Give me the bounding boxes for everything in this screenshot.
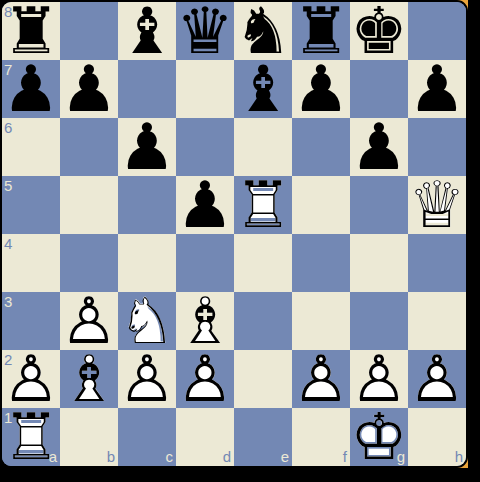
white-rook-fill: ♜ <box>234 176 292 234</box>
square-f5[interactable] <box>292 176 350 234</box>
square-h8[interactable] <box>408 2 466 60</box>
white-pawn[interactable]: ♙ <box>408 350 466 408</box>
square-g3[interactable] <box>350 292 408 350</box>
rank-label-3: 3 <box>4 294 12 309</box>
square-f7[interactable]: ♟ <box>292 60 350 118</box>
square-c5[interactable] <box>118 176 176 234</box>
square-d4[interactable] <box>176 234 234 292</box>
square-h7[interactable]: ♟ <box>408 60 466 118</box>
square-b8[interactable] <box>60 2 118 60</box>
white-pawn-fill: ♟ <box>350 350 408 408</box>
square-c8[interactable]: ♝ <box>118 2 176 60</box>
white-pawn[interactable]: ♙ <box>60 292 118 350</box>
white-pawn[interactable]: ♙ <box>118 350 176 408</box>
square-b1[interactable]: b <box>60 408 118 466</box>
white-pawn-fill: ♟ <box>408 350 466 408</box>
file-label-c: c <box>166 449 174 464</box>
square-d2[interactable]: ♟♙ <box>176 350 234 408</box>
square-f1[interactable]: f <box>292 408 350 466</box>
white-bishop-fill: ♝ <box>176 292 234 350</box>
square-a2[interactable]: 2♟♙ <box>2 350 60 408</box>
square-d6[interactable] <box>176 118 234 176</box>
black-queen[interactable]: ♛ <box>176 2 234 60</box>
white-pawn[interactable]: ♙ <box>350 350 408 408</box>
board-stage: 8♜♝♛♞♜♚7♟♟♝♟♟6♟♟5♟♜♖♛♕43♟♙♞♘♝♗2♟♙♝♗♟♙♟♙♟… <box>0 0 480 482</box>
rank-label-8: 8 <box>4 4 12 19</box>
square-b3[interactable]: ♟♙ <box>60 292 118 350</box>
chess-app-screen: { "game": "chess", "position": { "fen": … <box>0 0 480 482</box>
square-d7[interactable] <box>176 60 234 118</box>
black-rook[interactable]: ♜ <box>292 2 350 60</box>
black-bishop[interactable]: ♝ <box>118 2 176 60</box>
white-pawn[interactable]: ♙ <box>292 350 350 408</box>
square-b5[interactable] <box>60 176 118 234</box>
file-label-a: a <box>49 449 57 464</box>
white-bishop[interactable]: ♗ <box>60 350 118 408</box>
square-f6[interactable] <box>292 118 350 176</box>
square-b2[interactable]: ♝♗ <box>60 350 118 408</box>
square-a1[interactable]: 1a♜♖ <box>2 408 60 466</box>
black-knight[interactable]: ♞ <box>234 2 292 60</box>
square-b6[interactable] <box>60 118 118 176</box>
file-label-h: h <box>455 449 463 464</box>
square-a4[interactable]: 4 <box>2 234 60 292</box>
square-d3[interactable]: ♝♗ <box>176 292 234 350</box>
square-e7[interactable]: ♝ <box>234 60 292 118</box>
rank-label-6: 6 <box>4 120 12 135</box>
square-g8[interactable]: ♚ <box>350 2 408 60</box>
white-rook[interactable]: ♖ <box>234 176 292 234</box>
square-e4[interactable] <box>234 234 292 292</box>
square-d1[interactable]: d <box>176 408 234 466</box>
file-label-d: d <box>223 449 231 464</box>
white-pawn-fill: ♟ <box>176 350 234 408</box>
square-e3[interactable] <box>234 292 292 350</box>
black-pawn[interactable]: ♟ <box>408 60 466 118</box>
white-bishop-fill: ♝ <box>60 350 118 408</box>
square-g2[interactable]: ♟♙ <box>350 350 408 408</box>
file-label-g: g <box>397 449 405 464</box>
square-g7[interactable] <box>350 60 408 118</box>
square-h2[interactable]: ♟♙ <box>408 350 466 408</box>
black-pawn[interactable]: ♟ <box>292 60 350 118</box>
square-a6[interactable]: 6 <box>2 118 60 176</box>
white-pawn[interactable]: ♙ <box>176 350 234 408</box>
white-queen[interactable]: ♕ <box>408 176 466 234</box>
black-pawn[interactable]: ♟ <box>350 118 408 176</box>
rank-label-5: 5 <box>4 178 12 193</box>
white-knight[interactable]: ♘ <box>118 292 176 350</box>
black-pawn[interactable]: ♟ <box>118 118 176 176</box>
black-pawn[interactable]: ♟ <box>60 60 118 118</box>
square-f4[interactable] <box>292 234 350 292</box>
rank-label-2: 2 <box>4 352 12 367</box>
square-a5[interactable]: 5 <box>2 176 60 234</box>
square-d5[interactable]: ♟ <box>176 176 234 234</box>
square-a7[interactable]: 7♟ <box>2 60 60 118</box>
black-bishop[interactable]: ♝ <box>234 60 292 118</box>
square-g4[interactable] <box>350 234 408 292</box>
square-e2[interactable] <box>234 350 292 408</box>
square-g5[interactable] <box>350 176 408 234</box>
rank-label-1: 1 <box>4 410 12 425</box>
chess-board: 8♜♝♛♞♜♚7♟♟♝♟♟6♟♟5♟♜♖♛♕43♟♙♞♘♝♗2♟♙♝♗♟♙♟♙♟… <box>0 0 468 468</box>
board-grid: 8♜♝♛♞♜♚7♟♟♝♟♟6♟♟5♟♜♖♛♕43♟♙♞♘♝♗2♟♙♝♗♟♙♟♙♟… <box>2 2 466 466</box>
square-a8[interactable]: 8♜ <box>2 2 60 60</box>
file-label-e: e <box>281 449 289 464</box>
square-h1[interactable]: h <box>408 408 466 466</box>
square-g6[interactable]: ♟ <box>350 118 408 176</box>
black-pawn[interactable]: ♟ <box>176 176 234 234</box>
white-pawn-fill: ♟ <box>118 350 176 408</box>
square-b7[interactable]: ♟ <box>60 60 118 118</box>
square-c1[interactable]: c <box>118 408 176 466</box>
square-h4[interactable] <box>408 234 466 292</box>
rank-label-4: 4 <box>4 236 12 251</box>
square-h6[interactable] <box>408 118 466 176</box>
square-h5[interactable]: ♛♕ <box>408 176 466 234</box>
white-pawn-fill: ♟ <box>292 350 350 408</box>
file-label-b: b <box>107 449 115 464</box>
square-e6[interactable] <box>234 118 292 176</box>
rank-label-7: 7 <box>4 62 12 77</box>
white-bishop[interactable]: ♗ <box>176 292 234 350</box>
white-queen-fill: ♛ <box>408 176 466 234</box>
white-knight-fill: ♞ <box>118 292 176 350</box>
square-e8[interactable]: ♞ <box>234 2 292 60</box>
square-e5[interactable]: ♜♖ <box>234 176 292 234</box>
square-c4[interactable] <box>118 234 176 292</box>
white-pawn-fill: ♟ <box>60 292 118 350</box>
square-h3[interactable] <box>408 292 466 350</box>
square-f3[interactable] <box>292 292 350 350</box>
file-label-f: f <box>343 449 347 464</box>
square-c3[interactable]: ♞♘ <box>118 292 176 350</box>
square-a3[interactable]: 3 <box>2 292 60 350</box>
square-c7[interactable] <box>118 60 176 118</box>
square-e1[interactable]: e <box>234 408 292 466</box>
black-king[interactable]: ♚ <box>350 2 408 60</box>
square-f2[interactable]: ♟♙ <box>292 350 350 408</box>
square-d8[interactable]: ♛ <box>176 2 234 60</box>
square-c6[interactable]: ♟ <box>118 118 176 176</box>
square-g1[interactable]: g♚♔ <box>350 408 408 466</box>
square-b4[interactable] <box>60 234 118 292</box>
square-f8[interactable]: ♜ <box>292 2 350 60</box>
square-c2[interactable]: ♟♙ <box>118 350 176 408</box>
